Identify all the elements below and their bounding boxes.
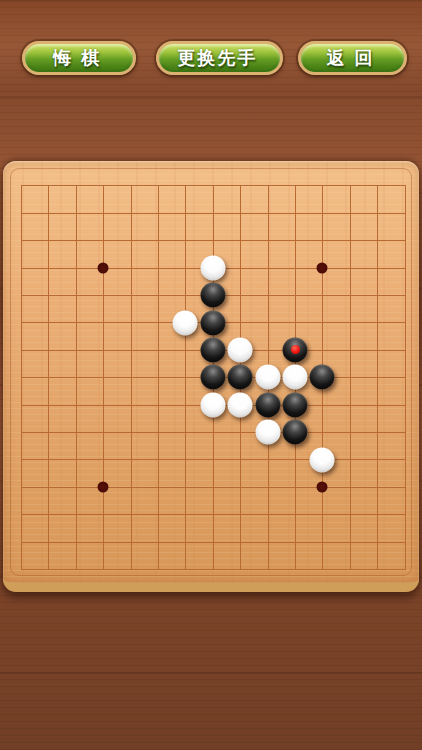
stone-black <box>283 420 308 445</box>
stone-white <box>283 365 308 390</box>
stone-black <box>255 392 280 417</box>
stone-black <box>283 337 308 362</box>
swap-first-player-button[interactable]: 更换先手 <box>156 41 283 75</box>
stone-white <box>228 392 253 417</box>
stone-black <box>200 337 225 362</box>
star-point <box>317 262 328 273</box>
stone-black <box>228 365 253 390</box>
undo-button[interactable]: 悔棋 <box>22 41 136 75</box>
star-point <box>98 262 109 273</box>
stone-white <box>200 392 225 417</box>
stone-white <box>255 365 280 390</box>
star-point <box>98 481 109 492</box>
stone-black <box>310 365 335 390</box>
stone-white <box>173 310 198 335</box>
last-move-marker <box>291 345 300 354</box>
game-screen: 悔棋 更换先手 返回 <box>0 0 422 750</box>
stone-white <box>310 447 335 472</box>
stone-black <box>200 310 225 335</box>
board-grid[interactable] <box>21 185 406 570</box>
back-button[interactable]: 返回 <box>298 41 407 75</box>
stone-black <box>283 392 308 417</box>
stone-white <box>255 420 280 445</box>
gomoku-board <box>3 161 419 592</box>
stone-white <box>228 337 253 362</box>
star-point <box>317 481 328 492</box>
stone-black <box>200 283 225 308</box>
stone-white <box>200 255 225 280</box>
stone-black <box>200 365 225 390</box>
